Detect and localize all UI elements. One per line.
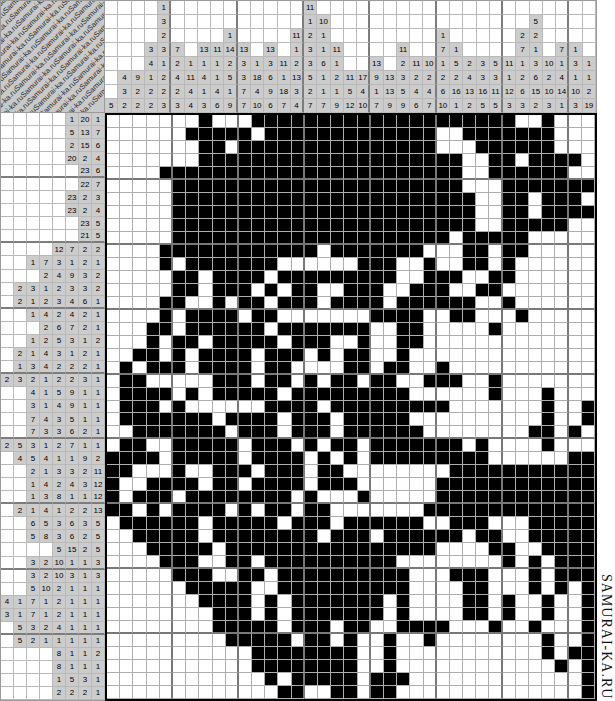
grid-cell[interactable] bbox=[582, 232, 595, 245]
grid-cell[interactable] bbox=[107, 426, 120, 439]
grid-cell[interactable] bbox=[239, 530, 252, 543]
grid-cell[interactable] bbox=[569, 284, 582, 297]
grid-cell[interactable] bbox=[437, 491, 450, 504]
grid-cell[interactable] bbox=[252, 491, 265, 504]
grid-cell[interactable] bbox=[344, 206, 357, 219]
grid-cell[interactable] bbox=[569, 478, 582, 491]
grid-cell[interactable] bbox=[582, 673, 595, 686]
grid-cell[interactable] bbox=[199, 193, 212, 206]
grid-cell[interactable] bbox=[424, 154, 437, 167]
grid-cell[interactable] bbox=[529, 621, 542, 634]
grid-cell[interactable] bbox=[397, 141, 410, 154]
grid-cell[interactable] bbox=[437, 452, 450, 465]
grid-cell[interactable] bbox=[107, 193, 120, 206]
grid-cell[interactable] bbox=[542, 673, 555, 686]
grid-cell[interactable] bbox=[371, 556, 384, 569]
grid-cell[interactable] bbox=[489, 478, 502, 491]
grid-cell[interactable] bbox=[226, 413, 239, 426]
grid-cell[interactable] bbox=[147, 284, 160, 297]
grid-cell[interactable] bbox=[529, 452, 542, 465]
grid-cell[interactable] bbox=[147, 375, 160, 388]
grid-cell[interactable] bbox=[463, 543, 476, 556]
grid-cell[interactable] bbox=[437, 154, 450, 167]
grid-cell[interactable] bbox=[305, 141, 318, 154]
grid-cell[interactable] bbox=[213, 673, 226, 686]
grid-cell[interactable] bbox=[476, 167, 489, 180]
grid-cell[interactable] bbox=[344, 245, 357, 258]
grid-cell[interactable] bbox=[305, 608, 318, 621]
grid-cell[interactable] bbox=[476, 180, 489, 193]
grid-cell[interactable] bbox=[582, 375, 595, 388]
grid-cell[interactable] bbox=[107, 141, 120, 154]
grid-cell[interactable] bbox=[358, 310, 371, 323]
grid-cell[interactable] bbox=[107, 582, 120, 595]
grid-cell[interactable] bbox=[133, 673, 146, 686]
grid-cell[interactable] bbox=[424, 504, 437, 517]
grid-cell[interactable] bbox=[371, 608, 384, 621]
grid-cell[interactable] bbox=[292, 426, 305, 439]
grid-cell[interactable] bbox=[173, 660, 186, 673]
grid-cell[interactable] bbox=[331, 491, 344, 504]
grid-cell[interactable] bbox=[147, 413, 160, 426]
grid-cell[interactable] bbox=[226, 569, 239, 582]
grid-cell[interactable] bbox=[450, 504, 463, 517]
grid-cell[interactable] bbox=[384, 452, 397, 465]
grid-cell[interactable] bbox=[160, 206, 173, 219]
grid-cell[interactable] bbox=[555, 232, 568, 245]
grid-cell[interactable] bbox=[213, 284, 226, 297]
grid-cell[interactable] bbox=[555, 504, 568, 517]
grid-cell[interactable] bbox=[529, 660, 542, 673]
grid-cell[interactable] bbox=[542, 115, 555, 128]
grid-cell[interactable] bbox=[292, 543, 305, 556]
grid-cell[interactable] bbox=[278, 167, 291, 180]
grid-cell[interactable] bbox=[489, 569, 502, 582]
grid-cell[interactable] bbox=[582, 569, 595, 582]
grid-cell[interactable] bbox=[503, 297, 516, 310]
grid-cell[interactable] bbox=[503, 530, 516, 543]
grid-cell[interactable] bbox=[318, 530, 331, 543]
grid-cell[interactable] bbox=[437, 673, 450, 686]
grid-cell[interactable] bbox=[463, 595, 476, 608]
grid-cell[interactable] bbox=[331, 673, 344, 686]
grid-cell[interactable] bbox=[147, 141, 160, 154]
grid-cell[interactable] bbox=[133, 491, 146, 504]
grid-cell[interactable] bbox=[331, 193, 344, 206]
grid-cell[interactable] bbox=[384, 336, 397, 349]
grid-cell[interactable] bbox=[489, 219, 502, 232]
grid-cell[interactable] bbox=[265, 595, 278, 608]
grid-cell[interactable] bbox=[226, 517, 239, 530]
grid-cell[interactable] bbox=[542, 465, 555, 478]
grid-cell[interactable] bbox=[318, 349, 331, 362]
grid-cell[interactable] bbox=[160, 323, 173, 336]
grid-cell[interactable] bbox=[147, 426, 160, 439]
grid-cell[interactable] bbox=[476, 478, 489, 491]
grid-cell[interactable] bbox=[318, 141, 331, 154]
grid-cell[interactable] bbox=[173, 517, 186, 530]
grid-cell[interactable] bbox=[344, 115, 357, 128]
grid-cell[interactable] bbox=[160, 426, 173, 439]
grid-cell[interactable] bbox=[410, 478, 423, 491]
grid-cell[interactable] bbox=[489, 439, 502, 452]
grid-cell[interactable] bbox=[397, 297, 410, 310]
grid-cell[interactable] bbox=[582, 362, 595, 375]
grid-cell[interactable] bbox=[503, 167, 516, 180]
grid-cell[interactable] bbox=[239, 297, 252, 310]
grid-cell[interactable] bbox=[371, 362, 384, 375]
grid-cell[interactable] bbox=[582, 582, 595, 595]
grid-cell[interactable] bbox=[358, 569, 371, 582]
grid-cell[interactable] bbox=[437, 180, 450, 193]
grid-cell[interactable] bbox=[463, 323, 476, 336]
grid-cell[interactable] bbox=[133, 336, 146, 349]
grid-cell[interactable] bbox=[476, 413, 489, 426]
grid-cell[interactable] bbox=[516, 452, 529, 465]
grid-cell[interactable] bbox=[582, 647, 595, 660]
grid-cell[interactable] bbox=[542, 245, 555, 258]
grid-cell[interactable] bbox=[424, 634, 437, 647]
grid-cell[interactable] bbox=[410, 206, 423, 219]
grid-cell[interactable] bbox=[120, 556, 133, 569]
grid-cell[interactable] bbox=[160, 465, 173, 478]
grid-cell[interactable] bbox=[516, 543, 529, 556]
grid-cell[interactable] bbox=[555, 660, 568, 673]
grid-cell[interactable] bbox=[582, 206, 595, 219]
grid-cell[interactable] bbox=[278, 673, 291, 686]
grid-cell[interactable] bbox=[437, 388, 450, 401]
grid-cell[interactable] bbox=[569, 517, 582, 530]
grid-cell[interactable] bbox=[318, 375, 331, 388]
grid-cell[interactable] bbox=[569, 310, 582, 323]
grid-cell[interactable] bbox=[384, 543, 397, 556]
grid-cell[interactable] bbox=[582, 478, 595, 491]
grid-cell[interactable] bbox=[437, 219, 450, 232]
grid-cell[interactable] bbox=[503, 478, 516, 491]
grid-cell[interactable] bbox=[226, 245, 239, 258]
grid-cell[interactable] bbox=[529, 154, 542, 167]
grid-cell[interactable] bbox=[516, 167, 529, 180]
grid-cell[interactable] bbox=[503, 219, 516, 232]
grid-cell[interactable] bbox=[358, 517, 371, 530]
grid-cell[interactable] bbox=[147, 582, 160, 595]
grid-cell[interactable] bbox=[107, 556, 120, 569]
grid-cell[interactable] bbox=[252, 310, 265, 323]
grid-cell[interactable] bbox=[213, 647, 226, 660]
grid-cell[interactable] bbox=[252, 439, 265, 452]
grid-cell[interactable] bbox=[371, 219, 384, 232]
grid-cell[interactable] bbox=[437, 608, 450, 621]
grid-cell[interactable] bbox=[582, 401, 595, 414]
grid-cell[interactable] bbox=[265, 362, 278, 375]
grid-cell[interactable] bbox=[305, 375, 318, 388]
grid-cell[interactable] bbox=[213, 660, 226, 673]
grid-cell[interactable] bbox=[384, 634, 397, 647]
grid-cell[interactable] bbox=[305, 193, 318, 206]
grid-cell[interactable] bbox=[318, 115, 331, 128]
grid-cell[interactable] bbox=[410, 556, 423, 569]
grid-cell[interactable] bbox=[358, 595, 371, 608]
grid-cell[interactable] bbox=[160, 556, 173, 569]
grid-cell[interactable] bbox=[160, 673, 173, 686]
grid-cell[interactable] bbox=[213, 621, 226, 634]
grid-cell[interactable] bbox=[489, 426, 502, 439]
grid-cell[interactable] bbox=[344, 478, 357, 491]
grid-cell[interactable] bbox=[239, 154, 252, 167]
grid-cell[interactable] bbox=[331, 115, 344, 128]
grid-cell[interactable] bbox=[582, 141, 595, 154]
grid-cell[interactable] bbox=[278, 388, 291, 401]
grid-cell[interactable] bbox=[503, 271, 516, 284]
grid-cell[interactable] bbox=[450, 336, 463, 349]
grid-cell[interactable] bbox=[331, 621, 344, 634]
grid-cell[interactable] bbox=[384, 478, 397, 491]
grid-cell[interactable] bbox=[384, 673, 397, 686]
grid-cell[interactable] bbox=[463, 154, 476, 167]
grid-cell[interactable] bbox=[569, 673, 582, 686]
grid-cell[interactable] bbox=[529, 258, 542, 271]
grid-cell[interactable] bbox=[397, 634, 410, 647]
grid-cell[interactable] bbox=[344, 193, 357, 206]
grid-cell[interactable] bbox=[252, 375, 265, 388]
grid-cell[interactable] bbox=[133, 530, 146, 543]
grid-cell[interactable] bbox=[318, 245, 331, 258]
grid-cell[interactable] bbox=[516, 660, 529, 673]
grid-cell[interactable] bbox=[278, 401, 291, 414]
grid-cell[interactable] bbox=[569, 647, 582, 660]
grid-cell[interactable] bbox=[555, 128, 568, 141]
grid-cell[interactable] bbox=[239, 232, 252, 245]
grid-cell[interactable] bbox=[410, 154, 423, 167]
grid-cell[interactable] bbox=[199, 141, 212, 154]
grid-cell[interactable] bbox=[463, 219, 476, 232]
grid-cell[interactable] bbox=[516, 141, 529, 154]
grid-cell[interactable] bbox=[160, 491, 173, 504]
grid-cell[interactable] bbox=[437, 232, 450, 245]
grid-cell[interactable] bbox=[107, 336, 120, 349]
grid-cell[interactable] bbox=[371, 582, 384, 595]
grid-cell[interactable] bbox=[160, 621, 173, 634]
grid-cell[interactable] bbox=[133, 128, 146, 141]
grid-cell[interactable] bbox=[186, 193, 199, 206]
grid-cell[interactable] bbox=[424, 465, 437, 478]
grid-cell[interactable] bbox=[503, 595, 516, 608]
grid-cell[interactable] bbox=[397, 686, 410, 699]
grid-cell[interactable] bbox=[160, 310, 173, 323]
grid-cell[interactable] bbox=[489, 413, 502, 426]
grid-cell[interactable] bbox=[476, 426, 489, 439]
grid-cell[interactable] bbox=[582, 323, 595, 336]
grid-cell[interactable] bbox=[582, 167, 595, 180]
grid-cell[interactable] bbox=[133, 465, 146, 478]
grid-cell[interactable] bbox=[213, 297, 226, 310]
grid-cell[interactable] bbox=[463, 401, 476, 414]
grid-cell[interactable] bbox=[450, 349, 463, 362]
grid-cell[interactable] bbox=[410, 258, 423, 271]
grid-cell[interactable] bbox=[424, 232, 437, 245]
grid-cell[interactable] bbox=[569, 608, 582, 621]
grid-cell[interactable] bbox=[555, 634, 568, 647]
grid-cell[interactable] bbox=[516, 284, 529, 297]
grid-cell[interactable] bbox=[503, 686, 516, 699]
grid-cell[interactable] bbox=[147, 193, 160, 206]
grid-cell[interactable] bbox=[147, 608, 160, 621]
grid-cell[interactable] bbox=[437, 556, 450, 569]
grid-cell[interactable] bbox=[239, 284, 252, 297]
grid-cell[interactable] bbox=[292, 647, 305, 660]
grid-cell[interactable] bbox=[397, 530, 410, 543]
grid-cell[interactable] bbox=[199, 647, 212, 660]
grid-cell[interactable] bbox=[410, 401, 423, 414]
grid-cell[interactable] bbox=[503, 362, 516, 375]
grid-cell[interactable] bbox=[437, 297, 450, 310]
grid-cell[interactable] bbox=[318, 491, 331, 504]
grid-cell[interactable] bbox=[424, 141, 437, 154]
grid-cell[interactable] bbox=[173, 465, 186, 478]
grid-cell[interactable] bbox=[555, 245, 568, 258]
grid-cell[interactable] bbox=[160, 543, 173, 556]
grid-cell[interactable] bbox=[252, 556, 265, 569]
grid-cell[interactable] bbox=[424, 284, 437, 297]
grid-cell[interactable] bbox=[239, 349, 252, 362]
grid-cell[interactable] bbox=[292, 582, 305, 595]
grid-cell[interactable] bbox=[450, 413, 463, 426]
grid-cell[interactable] bbox=[542, 608, 555, 621]
grid-cell[interactable] bbox=[305, 478, 318, 491]
grid-cell[interactable] bbox=[503, 206, 516, 219]
grid-cell[interactable] bbox=[120, 180, 133, 193]
grid-cell[interactable] bbox=[173, 245, 186, 258]
grid-cell[interactable] bbox=[252, 388, 265, 401]
grid-cell[interactable] bbox=[107, 621, 120, 634]
grid-cell[interactable] bbox=[397, 452, 410, 465]
grid-cell[interactable] bbox=[331, 401, 344, 414]
grid-cell[interactable] bbox=[278, 465, 291, 478]
grid-cell[interactable] bbox=[371, 154, 384, 167]
grid-cell[interactable] bbox=[424, 647, 437, 660]
grid-cell[interactable] bbox=[358, 284, 371, 297]
grid-cell[interactable] bbox=[437, 336, 450, 349]
grid-cell[interactable] bbox=[186, 647, 199, 660]
grid-cell[interactable] bbox=[569, 413, 582, 426]
grid-cell[interactable] bbox=[318, 439, 331, 452]
grid-cell[interactable] bbox=[529, 206, 542, 219]
grid-cell[interactable] bbox=[371, 258, 384, 271]
grid-cell[interactable] bbox=[252, 543, 265, 556]
grid-cell[interactable] bbox=[278, 452, 291, 465]
grid-cell[interactable] bbox=[265, 647, 278, 660]
grid-cell[interactable] bbox=[437, 569, 450, 582]
grid-cell[interactable] bbox=[331, 271, 344, 284]
grid-cell[interactable] bbox=[489, 284, 502, 297]
grid-cell[interactable] bbox=[582, 517, 595, 530]
grid-cell[interactable] bbox=[239, 543, 252, 556]
grid-cell[interactable] bbox=[292, 349, 305, 362]
grid-cell[interactable] bbox=[529, 478, 542, 491]
grid-cell[interactable] bbox=[384, 115, 397, 128]
grid-cell[interactable] bbox=[120, 478, 133, 491]
grid-cell[interactable] bbox=[569, 154, 582, 167]
grid-cell[interactable] bbox=[516, 478, 529, 491]
grid-cell[interactable] bbox=[133, 141, 146, 154]
grid-cell[interactable] bbox=[199, 439, 212, 452]
grid-cell[interactable] bbox=[450, 634, 463, 647]
grid-cell[interactable] bbox=[489, 673, 502, 686]
grid-cell[interactable] bbox=[503, 115, 516, 128]
grid-cell[interactable] bbox=[424, 426, 437, 439]
grid-cell[interactable] bbox=[107, 349, 120, 362]
grid-cell[interactable] bbox=[173, 284, 186, 297]
grid-cell[interactable] bbox=[569, 686, 582, 699]
grid-cell[interactable] bbox=[489, 504, 502, 517]
grid-cell[interactable] bbox=[424, 660, 437, 673]
grid-cell[interactable] bbox=[384, 439, 397, 452]
grid-cell[interactable] bbox=[582, 193, 595, 206]
grid-cell[interactable] bbox=[265, 517, 278, 530]
grid-cell[interactable] bbox=[542, 141, 555, 154]
grid-cell[interactable] bbox=[278, 556, 291, 569]
grid-cell[interactable] bbox=[199, 180, 212, 193]
grid-cell[interactable] bbox=[147, 206, 160, 219]
grid-cell[interactable] bbox=[463, 388, 476, 401]
grid-cell[interactable] bbox=[199, 271, 212, 284]
grid-cell[interactable] bbox=[133, 271, 146, 284]
grid-cell[interactable] bbox=[331, 478, 344, 491]
grid-cell[interactable] bbox=[278, 517, 291, 530]
grid-cell[interactable] bbox=[133, 452, 146, 465]
grid-cell[interactable] bbox=[424, 543, 437, 556]
grid-cell[interactable] bbox=[226, 115, 239, 128]
grid-cell[interactable] bbox=[424, 375, 437, 388]
grid-cell[interactable] bbox=[173, 491, 186, 504]
grid-cell[interactable] bbox=[358, 452, 371, 465]
grid-cell[interactable] bbox=[186, 323, 199, 336]
grid-cell[interactable] bbox=[397, 478, 410, 491]
grid-cell[interactable] bbox=[529, 284, 542, 297]
grid-cell[interactable] bbox=[476, 634, 489, 647]
grid-cell[interactable] bbox=[120, 608, 133, 621]
grid-cell[interactable] bbox=[147, 310, 160, 323]
grid-cell[interactable] bbox=[292, 388, 305, 401]
grid-cell[interactable] bbox=[476, 336, 489, 349]
grid-cell[interactable] bbox=[555, 582, 568, 595]
grid-cell[interactable] bbox=[199, 258, 212, 271]
grid-cell[interactable] bbox=[410, 569, 423, 582]
grid-cell[interactable] bbox=[239, 219, 252, 232]
grid-cell[interactable] bbox=[318, 608, 331, 621]
grid-cell[interactable] bbox=[292, 297, 305, 310]
grid-cell[interactable] bbox=[371, 128, 384, 141]
grid-cell[interactable] bbox=[147, 336, 160, 349]
grid-cell[interactable] bbox=[226, 556, 239, 569]
grid-cell[interactable] bbox=[476, 595, 489, 608]
grid-cell[interactable] bbox=[120, 426, 133, 439]
grid-cell[interactable] bbox=[226, 608, 239, 621]
grid-cell[interactable] bbox=[569, 128, 582, 141]
grid-cell[interactable] bbox=[529, 167, 542, 180]
grid-cell[interactable] bbox=[239, 362, 252, 375]
grid-cell[interactable] bbox=[358, 245, 371, 258]
grid-cell[interactable] bbox=[410, 452, 423, 465]
grid-cell[interactable] bbox=[555, 452, 568, 465]
grid-cell[interactable] bbox=[120, 141, 133, 154]
grid-cell[interactable] bbox=[371, 336, 384, 349]
grid-cell[interactable] bbox=[358, 543, 371, 556]
grid-cell[interactable] bbox=[331, 388, 344, 401]
grid-cell[interactable] bbox=[305, 310, 318, 323]
grid-cell[interactable] bbox=[265, 452, 278, 465]
grid-cell[interactable] bbox=[542, 439, 555, 452]
